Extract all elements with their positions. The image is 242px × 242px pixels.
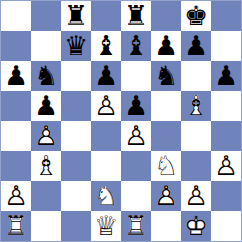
- square-e1[interactable]: ♜♖: [121, 211, 151, 241]
- square-f5[interactable]: [151, 91, 181, 121]
- white-knight[interactable]: ♞♘: [91, 181, 121, 211]
- square-e8[interactable]: ♜: [121, 1, 151, 31]
- square-f4[interactable]: [151, 121, 181, 151]
- piece-outline: ♙: [1, 181, 31, 211]
- square-h7[interactable]: [211, 31, 241, 61]
- square-h2[interactable]: [211, 181, 241, 211]
- piece-outline: ♙: [211, 151, 241, 181]
- square-f7[interactable]: ♟: [151, 31, 181, 61]
- white-bishop[interactable]: ♝♗: [181, 91, 211, 121]
- square-d8[interactable]: [91, 1, 121, 31]
- piece-outline: ♔: [181, 211, 211, 241]
- square-a1[interactable]: ♜♖: [1, 211, 31, 241]
- white-rook[interactable]: ♜♖: [121, 211, 151, 241]
- black-queen[interactable]: ♛: [61, 31, 91, 61]
- piece-outline: ♙: [151, 181, 181, 211]
- black-bishop[interactable]: ♝: [91, 31, 121, 61]
- piece-outline: ♖: [1, 211, 31, 241]
- square-g5[interactable]: ♝♗: [181, 91, 211, 121]
- square-a5[interactable]: [1, 91, 31, 121]
- white-pawn[interactable]: ♟♙: [1, 181, 31, 211]
- square-d3[interactable]: [91, 151, 121, 181]
- white-queen[interactable]: ♛♕: [91, 211, 121, 241]
- white-rook[interactable]: ♜♖: [1, 211, 31, 241]
- square-c7[interactable]: ♛: [61, 31, 91, 61]
- piece-outline: ♙: [181, 181, 211, 211]
- piece-outline: ♘: [91, 181, 121, 211]
- square-d6[interactable]: ♟: [91, 61, 121, 91]
- square-f1[interactable]: [151, 211, 181, 241]
- square-g7[interactable]: ♟: [181, 31, 211, 61]
- square-e5[interactable]: ♟: [121, 91, 151, 121]
- square-a8[interactable]: [1, 1, 31, 31]
- black-rook[interactable]: ♜: [61, 1, 91, 31]
- black-pawn[interactable]: ♟: [31, 91, 61, 121]
- square-b4[interactable]: ♟♙: [31, 121, 61, 151]
- square-a2[interactable]: ♟♙: [1, 181, 31, 211]
- square-h1[interactable]: [211, 211, 241, 241]
- square-f2[interactable]: ♟♙: [151, 181, 181, 211]
- piece-outline: ♖: [121, 211, 151, 241]
- square-e6[interactable]: [121, 61, 151, 91]
- square-d5[interactable]: ♟♙: [91, 91, 121, 121]
- black-pawn[interactable]: ♟: [211, 61, 241, 91]
- white-bishop[interactable]: ♝♗: [31, 151, 61, 181]
- white-knight[interactable]: ♞♘: [151, 151, 181, 181]
- black-pawn[interactable]: ♟: [181, 31, 211, 61]
- white-pawn[interactable]: ♟♙: [121, 121, 151, 151]
- square-g8[interactable]: ♚: [181, 1, 211, 31]
- white-pawn[interactable]: ♟♙: [31, 121, 61, 151]
- square-b1[interactable]: [31, 211, 61, 241]
- square-a7[interactable]: [1, 31, 31, 61]
- black-knight[interactable]: ♞: [151, 61, 181, 91]
- square-b2[interactable]: [31, 181, 61, 211]
- piece-outline: ♙: [121, 121, 151, 151]
- square-h4[interactable]: [211, 121, 241, 151]
- square-d7[interactable]: ♝: [91, 31, 121, 61]
- chess-board: ♜♜♚♛♝♝♟♟♟♞♟♞♟♟♟♙♟♝♗♟♙♟♙♝♗♞♘♟♙♟♙♞♘♟♙♟♙♜♖♛…: [0, 0, 242, 242]
- square-a3[interactable]: [1, 151, 31, 181]
- square-g1[interactable]: ♚♔: [181, 211, 211, 241]
- square-c1[interactable]: [61, 211, 91, 241]
- square-c5[interactable]: [61, 91, 91, 121]
- square-d4[interactable]: [91, 121, 121, 151]
- piece-outline: ♙: [31, 121, 61, 151]
- black-rook[interactable]: ♜: [121, 1, 151, 31]
- square-a4[interactable]: [1, 121, 31, 151]
- piece-outline: ♘: [151, 151, 181, 181]
- square-c3[interactable]: [61, 151, 91, 181]
- black-pawn[interactable]: ♟: [91, 61, 121, 91]
- square-b5[interactable]: ♟: [31, 91, 61, 121]
- square-h6[interactable]: ♟: [211, 61, 241, 91]
- white-pawn[interactable]: ♟♙: [151, 181, 181, 211]
- square-f6[interactable]: ♞: [151, 61, 181, 91]
- square-e2[interactable]: [121, 181, 151, 211]
- piece-outline: ♗: [31, 151, 61, 181]
- square-e7[interactable]: ♝: [121, 31, 151, 61]
- white-king[interactable]: ♚♔: [181, 211, 211, 241]
- square-g4[interactable]: [181, 121, 211, 151]
- white-pawn[interactable]: ♟♙: [181, 181, 211, 211]
- square-h3[interactable]: ♟♙: [211, 151, 241, 181]
- square-g6[interactable]: [181, 61, 211, 91]
- square-b7[interactable]: [31, 31, 61, 61]
- square-b8[interactable]: [31, 1, 61, 31]
- square-c8[interactable]: ♜: [61, 1, 91, 31]
- white-pawn[interactable]: ♟♙: [211, 151, 241, 181]
- square-d1[interactable]: ♛♕: [91, 211, 121, 241]
- black-knight[interactable]: ♞: [31, 61, 61, 91]
- square-a6[interactable]: ♟: [1, 61, 31, 91]
- square-h8[interactable]: [211, 1, 241, 31]
- square-d2[interactable]: ♞♘: [91, 181, 121, 211]
- black-pawn[interactable]: ♟: [121, 91, 151, 121]
- square-c4[interactable]: [61, 121, 91, 151]
- black-bishop[interactable]: ♝: [121, 31, 151, 61]
- square-c6[interactable]: [61, 61, 91, 91]
- square-f8[interactable]: [151, 1, 181, 31]
- black-pawn[interactable]: ♟: [151, 31, 181, 61]
- black-pawn[interactable]: ♟: [1, 61, 31, 91]
- black-king[interactable]: ♚: [181, 1, 211, 31]
- square-e4[interactable]: ♟♙: [121, 121, 151, 151]
- piece-outline: ♙: [91, 91, 121, 121]
- piece-outline: ♗: [181, 91, 211, 121]
- piece-outline: ♕: [91, 211, 121, 241]
- square-e3[interactable]: [121, 151, 151, 181]
- square-b3[interactable]: ♝♗: [31, 151, 61, 181]
- square-c2[interactable]: [61, 181, 91, 211]
- white-pawn[interactable]: ♟♙: [91, 91, 121, 121]
- square-f3[interactable]: ♞♘: [151, 151, 181, 181]
- square-g2[interactable]: ♟♙: [181, 181, 211, 211]
- square-h5[interactable]: [211, 91, 241, 121]
- square-g3[interactable]: [181, 151, 211, 181]
- square-b6[interactable]: ♞: [31, 61, 61, 91]
